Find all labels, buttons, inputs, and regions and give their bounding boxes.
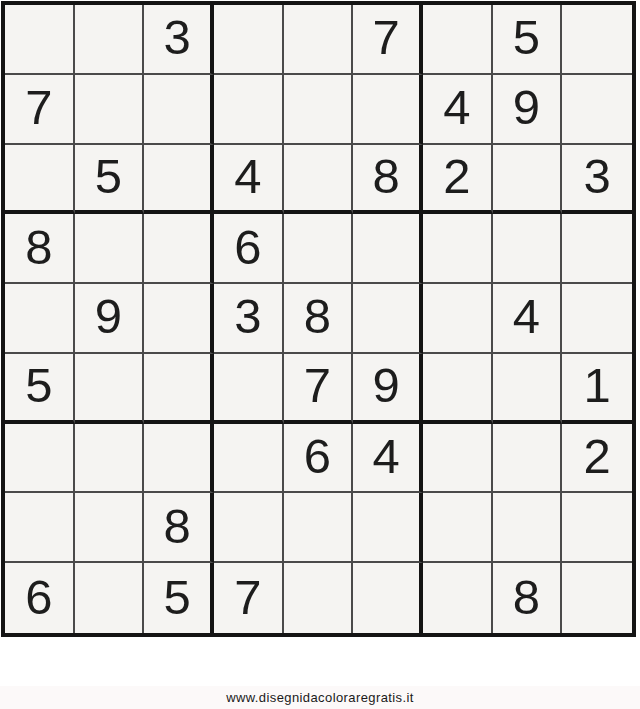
cell-r4c3[interactable]: [144, 214, 214, 284]
cell-r8c9[interactable]: [562, 493, 632, 563]
cell-r9c5[interactable]: [284, 563, 354, 633]
cell-r8c3[interactable]: 8: [144, 493, 214, 563]
given-digit: 8: [304, 292, 331, 341]
sudoku-board: 37574954823869384579164286578: [1, 1, 636, 637]
cell-r6c6[interactable]: 9: [353, 354, 423, 424]
cell-r1c1[interactable]: [5, 5, 75, 75]
cell-r7c7[interactable]: [423, 424, 493, 494]
cell-r1c4[interactable]: [214, 5, 284, 75]
given-digit: 8: [25, 223, 52, 272]
cell-r3c3[interactable]: [144, 145, 214, 215]
cell-r8c2[interactable]: [75, 493, 145, 563]
cell-r9c2[interactable]: [75, 563, 145, 633]
cell-r1c7[interactable]: [423, 5, 493, 75]
cell-r7c4[interactable]: [214, 424, 284, 494]
given-digit: 7: [304, 361, 331, 410]
cell-r7c3[interactable]: [144, 424, 214, 494]
given-digit: 9: [373, 361, 400, 410]
cell-r7c6[interactable]: 4: [353, 424, 423, 494]
cell-r1c2[interactable]: [75, 5, 145, 75]
given-digit: 5: [164, 573, 191, 622]
cell-r2c8[interactable]: 9: [493, 75, 563, 145]
cell-r9c8[interactable]: 8: [493, 563, 563, 633]
given-digit: 2: [584, 432, 611, 481]
cell-r2c4[interactable]: [214, 75, 284, 145]
given-digit: 8: [513, 573, 540, 622]
cell-r4c5[interactable]: [284, 214, 354, 284]
cell-r3c4[interactable]: 4: [214, 145, 284, 215]
cell-r4c7[interactable]: [423, 214, 493, 284]
cell-r1c9[interactable]: [562, 5, 632, 75]
cell-r2c2[interactable]: [75, 75, 145, 145]
cell-r2c3[interactable]: [144, 75, 214, 145]
given-digit: 4: [443, 83, 470, 132]
cell-r1c6[interactable]: 7: [353, 5, 423, 75]
cell-r8c6[interactable]: [353, 493, 423, 563]
cell-r5c5[interactable]: 8: [284, 284, 354, 354]
given-digit: 7: [373, 13, 400, 62]
cell-r6c2[interactable]: [75, 354, 145, 424]
given-digit: 5: [25, 361, 52, 410]
cell-r4c2[interactable]: [75, 214, 145, 284]
cell-r3c6[interactable]: 8: [353, 145, 423, 215]
cell-r5c2[interactable]: 9: [75, 284, 145, 354]
cell-r8c4[interactable]: [214, 493, 284, 563]
given-digit: 7: [234, 573, 261, 622]
cell-r1c5[interactable]: [284, 5, 354, 75]
cell-r5c8[interactable]: 4: [493, 284, 563, 354]
cell-r4c4[interactable]: 6: [214, 214, 284, 284]
cell-r3c2[interactable]: 5: [75, 145, 145, 215]
cell-r9c6[interactable]: [353, 563, 423, 633]
cell-r1c8[interactable]: 5: [493, 5, 563, 75]
cell-r9c3[interactable]: 5: [144, 563, 214, 633]
cell-r6c8[interactable]: [493, 354, 563, 424]
cell-r3c5[interactable]: [284, 145, 354, 215]
cell-r6c4[interactable]: [214, 354, 284, 424]
cell-r4c9[interactable]: [562, 214, 632, 284]
cell-r7c5[interactable]: 6: [284, 424, 354, 494]
cell-r7c9[interactable]: 2: [562, 424, 632, 494]
cell-r3c8[interactable]: [493, 145, 563, 215]
given-digit: 7: [25, 83, 52, 132]
cell-r6c1[interactable]: 5: [5, 354, 75, 424]
cell-r4c8[interactable]: [493, 214, 563, 284]
watermark-url: www.disegnidacoloraregratis.it: [226, 690, 414, 705]
cell-r8c5[interactable]: [284, 493, 354, 563]
cell-r1c3[interactable]: 3: [144, 5, 214, 75]
cell-r8c1[interactable]: [5, 493, 75, 563]
cell-r6c9[interactable]: 1: [562, 354, 632, 424]
cell-r5c3[interactable]: [144, 284, 214, 354]
cell-r2c5[interactable]: [284, 75, 354, 145]
cell-r5c7[interactable]: [423, 284, 493, 354]
cell-r5c9[interactable]: [562, 284, 632, 354]
cell-r7c8[interactable]: [493, 424, 563, 494]
cell-r5c6[interactable]: [353, 284, 423, 354]
given-digit: 6: [234, 223, 261, 272]
cell-r2c7[interactable]: 4: [423, 75, 493, 145]
cell-r9c1[interactable]: 6: [5, 563, 75, 633]
given-digit: 3: [164, 13, 191, 62]
cell-r6c7[interactable]: [423, 354, 493, 424]
given-digit: 9: [513, 83, 540, 132]
cell-r3c7[interactable]: 2: [423, 145, 493, 215]
cell-r3c1[interactable]: [5, 145, 75, 215]
cell-r7c2[interactable]: [75, 424, 145, 494]
cell-r6c3[interactable]: [144, 354, 214, 424]
cell-r8c8[interactable]: [493, 493, 563, 563]
cell-r2c6[interactable]: [353, 75, 423, 145]
given-digit: 2: [443, 152, 470, 201]
given-digit: 3: [234, 292, 261, 341]
given-digit: 6: [25, 573, 52, 622]
cell-r9c9[interactable]: [562, 563, 632, 633]
given-digit: 1: [584, 361, 611, 410]
cell-r4c1[interactable]: 8: [5, 214, 75, 284]
given-digit: 6: [304, 432, 331, 481]
cell-r3c9[interactable]: 3: [562, 145, 632, 215]
cell-r2c1[interactable]: 7: [5, 75, 75, 145]
cell-r4c6[interactable]: [353, 214, 423, 284]
watermark-bar: www.disegnidacoloraregratis.it: [0, 686, 640, 709]
cell-r6c5[interactable]: 7: [284, 354, 354, 424]
cell-r5c4[interactable]: 3: [214, 284, 284, 354]
cell-r9c7[interactable]: [423, 563, 493, 633]
given-digit: 5: [513, 13, 540, 62]
cell-r2c9[interactable]: [562, 75, 632, 145]
cell-r7c1[interactable]: [5, 424, 75, 494]
given-digit: 4: [373, 432, 400, 481]
given-digit: 3: [584, 152, 611, 201]
given-digit: 8: [164, 502, 191, 551]
given-digit: 9: [95, 292, 122, 341]
given-digit: 4: [234, 152, 261, 201]
cell-r5c1[interactable]: [5, 284, 75, 354]
cell-r8c7[interactable]: [423, 493, 493, 563]
given-digit: 8: [373, 152, 400, 201]
given-digit: 5: [95, 152, 122, 201]
cell-r9c4[interactable]: 7: [214, 563, 284, 633]
given-digit: 4: [513, 292, 540, 341]
